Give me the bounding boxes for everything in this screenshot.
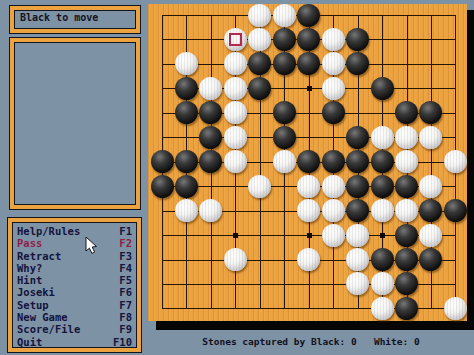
stone-white: [322, 77, 345, 100]
stone-black: [346, 126, 369, 149]
stone-black: [395, 248, 418, 271]
stone-white: [224, 101, 247, 124]
menu: Help/RulesF1 PassF2 RetractF3 Why?F4 Hin…: [8, 218, 141, 352]
stone-black: [371, 248, 394, 271]
stone-black: [175, 101, 198, 124]
stone-black: [419, 248, 442, 271]
stone-black: [395, 297, 418, 320]
message-text: Black to move: [20, 12, 98, 23]
stone-black: [151, 175, 174, 198]
captures-white-label: White:: [374, 336, 408, 347]
menu-item-joseki[interactable]: JosekiF6: [17, 286, 132, 298]
star-point: [233, 233, 238, 238]
stone-black: [199, 150, 222, 173]
star-point: [307, 86, 312, 91]
stone-white: [444, 150, 467, 173]
stone-white: [322, 28, 345, 51]
captures-black-label: Stones captured by Black:: [202, 336, 345, 347]
stone-black: [175, 77, 198, 100]
go-board[interactable]: [148, 4, 467, 321]
stone-black: [346, 150, 369, 173]
stone-black: [346, 175, 369, 198]
stone-white: [175, 199, 198, 222]
stone-black: [175, 150, 198, 173]
stone-black: [395, 272, 418, 295]
stone-white: [322, 52, 345, 75]
info-panel: [10, 38, 140, 209]
stone-white: [273, 150, 296, 173]
stone-white: [199, 199, 222, 222]
menu-item-setup[interactable]: SetupF7: [17, 299, 132, 311]
stone-white: [297, 175, 320, 198]
stone-black: [322, 150, 345, 173]
stone-white: [371, 297, 394, 320]
stone-white: [224, 126, 247, 149]
stone-white: [297, 199, 320, 222]
stone-white: [371, 126, 394, 149]
stone-white: [224, 52, 247, 75]
stone-white: [273, 4, 296, 27]
stone-black: [273, 28, 296, 51]
menu-item-retract[interactable]: RetractF3: [17, 250, 132, 262]
stone-white: [175, 52, 198, 75]
stone-white: [419, 224, 442, 247]
star-point: [307, 233, 312, 238]
stone-white: [224, 28, 247, 51]
stone-white: [322, 224, 345, 247]
last-move-marker: [229, 33, 242, 46]
stone-white: [395, 199, 418, 222]
stone-black: [151, 150, 174, 173]
stone-white: [395, 150, 418, 173]
menu-item-new-game[interactable]: New GameF8: [17, 311, 132, 323]
stone-black: [395, 101, 418, 124]
star-point: [380, 233, 385, 238]
menu-item-hint[interactable]: HintF5: [17, 274, 132, 286]
mouse-cursor: [85, 237, 99, 255]
stone-black: [297, 28, 320, 51]
stone-black: [297, 150, 320, 173]
stone-black: [322, 101, 345, 124]
stone-black: [371, 175, 394, 198]
stone-black: [395, 175, 418, 198]
stone-white: [322, 199, 345, 222]
stone-black: [248, 77, 271, 100]
stone-white: [444, 297, 467, 320]
stone-black: [346, 52, 369, 75]
menu-item-why[interactable]: Why?F4: [17, 262, 132, 274]
stone-black: [273, 126, 296, 149]
stone-black: [175, 175, 198, 198]
stone-black: [297, 52, 320, 75]
stone-white: [371, 272, 394, 295]
status-bar: Stones captured by Black: 0 White: 0: [148, 336, 474, 347]
captures-black-count: 0: [351, 336, 357, 347]
game-screen: Black to move Help/RulesF1 PassF2 Retrac…: [0, 0, 474, 355]
menu-item-help-rules[interactable]: Help/RulesF1: [17, 225, 132, 237]
stone-black: [248, 52, 271, 75]
menu-item-score-file[interactable]: Score/FileF9: [17, 323, 132, 335]
stone-white: [346, 272, 369, 295]
stone-white: [419, 126, 442, 149]
stone-black: [273, 52, 296, 75]
stone-black: [199, 126, 222, 149]
stone-black: [346, 199, 369, 222]
stone-white: [224, 248, 247, 271]
stone-black: [371, 150, 394, 173]
menu-list: Help/RulesF1 PassF2 RetractF3 Why?F4 Hin…: [17, 225, 132, 348]
stone-black: [444, 199, 467, 222]
stone-black: [273, 101, 296, 124]
stone-white: [346, 248, 369, 271]
stone-white: [224, 150, 247, 173]
captures-white-count: 0: [414, 336, 420, 347]
stone-black: [199, 101, 222, 124]
stone-black: [346, 28, 369, 51]
stone-white: [248, 4, 271, 27]
menu-item-pass[interactable]: PassF2: [17, 237, 132, 249]
stone-white: [224, 77, 247, 100]
stone-black: [419, 101, 442, 124]
stone-white: [248, 28, 271, 51]
stone-black: [419, 199, 442, 222]
stone-black: [371, 77, 394, 100]
message-box: Black to move: [10, 6, 140, 33]
stone-white: [297, 248, 320, 271]
stone-white: [346, 224, 369, 247]
stone-white: [199, 77, 222, 100]
stone-black: [297, 4, 320, 27]
stone-white: [419, 175, 442, 198]
stone-white: [248, 175, 271, 198]
stone-white: [322, 175, 345, 198]
menu-item-quit[interactable]: QuitF10: [17, 336, 132, 348]
stone-white: [371, 199, 394, 222]
stone-black: [395, 224, 418, 247]
stone-white: [395, 126, 418, 149]
